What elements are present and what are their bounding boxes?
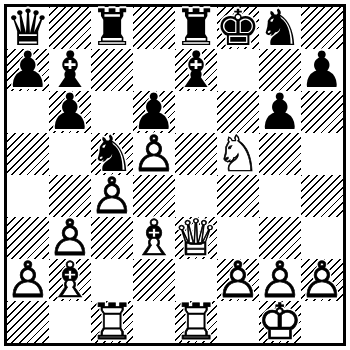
square-d3[interactable]: ♝♗ — [133, 217, 175, 259]
square-a2[interactable]: ♟♙ — [7, 259, 49, 301]
square-c3[interactable] — [91, 217, 133, 259]
chess-board: ♛♛♜♜♜♜♚♚♞♞♟♟♝♝♝♝♟♟♟♟♟♟♟♟♞♞♟♙♞♘♟♙♟♙♝♗♛♕♟♙… — [7, 7, 343, 343]
square-d8[interactable] — [133, 7, 175, 49]
square-h5[interactable] — [301, 133, 343, 175]
piece-white-queen: ♕ — [175, 217, 217, 259]
square-f4[interactable] — [217, 175, 259, 217]
square-f2[interactable]: ♟♙ — [217, 259, 259, 301]
square-f7[interactable] — [217, 49, 259, 91]
square-a6[interactable] — [7, 91, 49, 133]
piece-black-knight: ♞ — [91, 133, 133, 175]
square-b3[interactable]: ♟♙ — [49, 217, 91, 259]
black-knight-halo: ♞ — [91, 133, 133, 175]
piece-white-knight: ♘ — [217, 133, 259, 175]
square-d6[interactable]: ♟♟ — [133, 91, 175, 133]
piece-white-rook: ♖ — [91, 301, 133, 343]
piece-white-pawn: ♙ — [133, 133, 175, 175]
square-c7[interactable] — [91, 49, 133, 91]
white-knight-halo: ♞ — [217, 133, 259, 175]
white-bishop-halo: ♝ — [133, 217, 175, 259]
square-e5[interactable] — [175, 133, 217, 175]
piece-black-pawn: ♟ — [49, 91, 91, 133]
white-rook-halo: ♜ — [91, 301, 133, 343]
square-d5[interactable]: ♟♙ — [133, 133, 175, 175]
square-b8[interactable] — [49, 7, 91, 49]
square-d7[interactable] — [133, 49, 175, 91]
square-h7[interactable]: ♟♟ — [301, 49, 343, 91]
square-c1[interactable]: ♜♖ — [91, 301, 133, 343]
square-b7[interactable]: ♝♝ — [49, 49, 91, 91]
piece-white-rook: ♖ — [175, 301, 217, 343]
square-e2[interactable] — [175, 259, 217, 301]
square-d4[interactable] — [133, 175, 175, 217]
square-g7[interactable] — [259, 49, 301, 91]
square-f5[interactable]: ♞♘ — [217, 133, 259, 175]
piece-white-bishop: ♗ — [133, 217, 175, 259]
black-pawn-halo: ♟ — [259, 91, 301, 133]
square-b5[interactable] — [49, 133, 91, 175]
piece-black-pawn: ♟ — [259, 91, 301, 133]
white-pawn-halo: ♟ — [217, 259, 259, 301]
square-h3[interactable] — [301, 217, 343, 259]
white-pawn-halo: ♟ — [133, 133, 175, 175]
piece-black-pawn: ♟ — [133, 91, 175, 133]
piece-white-pawn: ♙ — [217, 259, 259, 301]
piece-black-pawn: ♟ — [7, 49, 49, 91]
black-pawn-halo: ♟ — [301, 49, 343, 91]
square-a5[interactable] — [7, 133, 49, 175]
square-a3[interactable] — [7, 217, 49, 259]
square-e6[interactable] — [175, 91, 217, 133]
square-b1[interactable] — [49, 301, 91, 343]
square-e1[interactable]: ♜♖ — [175, 301, 217, 343]
square-b6[interactable]: ♟♟ — [49, 91, 91, 133]
white-queen-halo: ♛ — [175, 217, 217, 259]
piece-black-bishop: ♝ — [49, 49, 91, 91]
white-king-halo: ♚ — [259, 301, 301, 343]
square-a7[interactable]: ♟♟ — [7, 49, 49, 91]
piece-white-king: ♔ — [259, 301, 301, 343]
white-pawn-halo: ♟ — [259, 259, 301, 301]
square-c6[interactable] — [91, 91, 133, 133]
piece-white-pawn: ♙ — [301, 259, 343, 301]
square-c8[interactable]: ♜♜ — [91, 7, 133, 49]
white-pawn-halo: ♟ — [301, 259, 343, 301]
piece-white-pawn: ♙ — [91, 175, 133, 217]
square-g8[interactable]: ♞♞ — [259, 7, 301, 49]
square-f8[interactable]: ♚♚ — [217, 7, 259, 49]
square-a8[interactable]: ♛♛ — [7, 7, 49, 49]
piece-black-queen: ♛ — [7, 7, 49, 49]
black-pawn-halo: ♟ — [7, 49, 49, 91]
square-e7[interactable]: ♝♝ — [175, 49, 217, 91]
square-b4[interactable] — [49, 175, 91, 217]
square-d2[interactable] — [133, 259, 175, 301]
square-h8[interactable] — [301, 7, 343, 49]
piece-white-pawn: ♙ — [49, 217, 91, 259]
square-g5[interactable] — [259, 133, 301, 175]
chess-diagram-frame: ♛♛♜♜♜♜♚♚♞♞♟♟♝♝♝♝♟♟♟♟♟♟♟♟♞♞♟♙♞♘♟♙♟♙♝♗♛♕♟♙… — [4, 4, 346, 346]
white-bishop-halo: ♝ — [49, 259, 91, 301]
black-bishop-halo: ♝ — [49, 49, 91, 91]
square-d1[interactable] — [133, 301, 175, 343]
piece-white-pawn: ♙ — [7, 259, 49, 301]
square-e8[interactable]: ♜♜ — [175, 7, 217, 49]
piece-black-bishop: ♝ — [175, 49, 217, 91]
square-g1[interactable]: ♚♔ — [259, 301, 301, 343]
piece-black-knight: ♞ — [259, 7, 301, 49]
black-rook-halo: ♜ — [91, 7, 133, 49]
piece-white-pawn: ♙ — [259, 259, 301, 301]
square-h4[interactable] — [301, 175, 343, 217]
black-bishop-halo: ♝ — [175, 49, 217, 91]
square-e4[interactable] — [175, 175, 217, 217]
square-f1[interactable] — [217, 301, 259, 343]
black-king-halo: ♚ — [217, 7, 259, 49]
black-knight-halo: ♞ — [259, 7, 301, 49]
black-queen-halo: ♛ — [7, 7, 49, 49]
square-c2[interactable] — [91, 259, 133, 301]
piece-black-king: ♚ — [217, 7, 259, 49]
square-a4[interactable] — [7, 175, 49, 217]
square-g3[interactable] — [259, 217, 301, 259]
square-c5[interactable]: ♞♞ — [91, 133, 133, 175]
white-pawn-halo: ♟ — [49, 217, 91, 259]
piece-white-bishop: ♗ — [49, 259, 91, 301]
square-g6[interactable]: ♟♟ — [259, 91, 301, 133]
white-pawn-halo: ♟ — [7, 259, 49, 301]
square-a1[interactable] — [7, 301, 49, 343]
square-f3[interactable] — [217, 217, 259, 259]
square-g2[interactable]: ♟♙ — [259, 259, 301, 301]
black-pawn-halo: ♟ — [133, 91, 175, 133]
black-pawn-halo: ♟ — [49, 91, 91, 133]
black-rook-halo: ♜ — [175, 7, 217, 49]
square-g4[interactable] — [259, 175, 301, 217]
square-h6[interactable] — [301, 91, 343, 133]
piece-black-pawn: ♟ — [301, 49, 343, 91]
square-h1[interactable] — [301, 301, 343, 343]
piece-black-rook: ♜ — [175, 7, 217, 49]
square-e3[interactable]: ♛♕ — [175, 217, 217, 259]
piece-black-rook: ♜ — [91, 7, 133, 49]
square-h2[interactable]: ♟♙ — [301, 259, 343, 301]
square-f6[interactable] — [217, 91, 259, 133]
white-pawn-halo: ♟ — [91, 175, 133, 217]
square-b2[interactable]: ♝♗ — [49, 259, 91, 301]
square-c4[interactable]: ♟♙ — [91, 175, 133, 217]
white-rook-halo: ♜ — [175, 301, 217, 343]
